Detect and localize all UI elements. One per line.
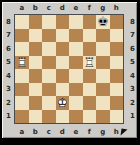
square-c3[interactable] (42, 83, 56, 97)
rank-label-left-6: 6 (4, 42, 13, 56)
square-a6[interactable] (15, 42, 29, 56)
square-e3[interactable] (69, 83, 83, 97)
square-b3[interactable] (29, 83, 43, 97)
square-d8[interactable] (56, 15, 70, 29)
file-label-bottom-a: a (15, 127, 29, 137)
square-b5[interactable] (29, 56, 43, 70)
square-h6[interactable] (110, 42, 124, 56)
file-label-bottom-e: e (69, 127, 83, 137)
rank-labels-right: 87654321 (128, 15, 137, 123)
square-g1[interactable] (96, 110, 110, 124)
square-a8[interactable] (15, 15, 29, 29)
file-label-top-h: h (110, 3, 124, 13)
square-f5[interactable]: ♜♖ (83, 56, 97, 70)
mouse-cursor-icon (121, 129, 128, 137)
square-e6[interactable] (69, 42, 83, 56)
rank-label-left-7: 7 (4, 29, 13, 43)
square-c7[interactable] (42, 29, 56, 43)
square-a2[interactable] (15, 96, 29, 110)
square-f1[interactable] (83, 110, 97, 124)
square-e5[interactable] (69, 56, 83, 70)
square-b2[interactable] (29, 96, 43, 110)
square-f8[interactable] (83, 15, 97, 29)
square-f4[interactable] (83, 69, 97, 83)
square-c4[interactable] (42, 69, 56, 83)
square-b8[interactable] (29, 15, 43, 29)
square-h7[interactable] (110, 29, 124, 43)
square-b1[interactable] (29, 110, 43, 124)
square-e8[interactable] (69, 15, 83, 29)
square-g4[interactable] (96, 69, 110, 83)
file-label-top-a: a (15, 3, 29, 13)
square-e2[interactable] (69, 96, 83, 110)
square-b4[interactable] (29, 69, 43, 83)
white-rook-outline: ♖ (83, 56, 97, 70)
square-b7[interactable] (29, 29, 43, 43)
file-label-top-g: g (96, 3, 110, 13)
square-h5[interactable] (110, 56, 124, 70)
square-d2[interactable]: ♚♔ (56, 96, 70, 110)
rank-label-right-4: 4 (128, 69, 137, 83)
square-d7[interactable] (56, 29, 70, 43)
square-a4[interactable] (15, 69, 29, 83)
rank-label-right-6: 6 (128, 42, 137, 56)
square-f2[interactable] (83, 96, 97, 110)
file-label-bottom-b: b (29, 127, 43, 137)
file-labels-bottom: abcdefgh (15, 127, 123, 137)
rank-label-right-3: 3 (128, 83, 137, 97)
square-h8[interactable] (110, 15, 124, 29)
rank-label-left-3: 3 (4, 83, 13, 97)
square-f6[interactable] (83, 42, 97, 56)
rank-label-left-2: 2 (4, 96, 13, 110)
square-c5[interactable] (42, 56, 56, 70)
square-h1[interactable] (110, 110, 124, 124)
rank-label-left-4: 4 (4, 69, 13, 83)
square-f7[interactable] (83, 29, 97, 43)
square-d1[interactable] (56, 110, 70, 124)
rank-label-right-5: 5 (128, 56, 137, 70)
rank-labels-left: 87654321 (4, 15, 13, 123)
rank-label-right-1: 1 (128, 110, 137, 124)
square-h2[interactable] (110, 96, 124, 110)
square-d4[interactable] (56, 69, 70, 83)
rank-label-right-2: 2 (128, 96, 137, 110)
chess-board: ♚♔♜♖♜♖♚♔ (14, 14, 124, 124)
file-label-top-c: c (42, 3, 56, 13)
square-g8[interactable]: ♚♔ (96, 15, 110, 29)
file-label-bottom-f: f (83, 127, 97, 137)
square-a5[interactable]: ♜♖ (15, 56, 29, 70)
square-h4[interactable] (110, 69, 124, 83)
rank-label-left-5: 5 (4, 56, 13, 70)
file-label-top-b: b (29, 3, 43, 13)
square-d5[interactable] (56, 56, 70, 70)
square-c1[interactable] (42, 110, 56, 124)
rank-label-right-8: 8 (128, 15, 137, 29)
square-c8[interactable] (42, 15, 56, 29)
square-e7[interactable] (69, 29, 83, 43)
file-label-bottom-g: g (96, 127, 110, 137)
rank-label-right-7: 7 (128, 29, 137, 43)
square-g7[interactable] (96, 29, 110, 43)
square-e4[interactable] (69, 69, 83, 83)
black-king-outline: ♔ (96, 15, 110, 29)
white-king-outline: ♔ (56, 96, 70, 110)
file-label-bottom-d: d (56, 127, 70, 137)
square-g2[interactable] (96, 96, 110, 110)
square-a3[interactable] (15, 83, 29, 97)
square-g5[interactable] (96, 56, 110, 70)
square-d6[interactable] (56, 42, 70, 56)
rank-label-left-8: 8 (4, 15, 13, 29)
file-label-top-f: f (83, 3, 97, 13)
file-label-top-e: e (69, 3, 83, 13)
square-a1[interactable] (15, 110, 29, 124)
rank-label-left-1: 1 (4, 110, 13, 124)
white-rook-outline: ♖ (15, 56, 29, 70)
square-f3[interactable] (83, 83, 97, 97)
file-label-bottom-c: c (42, 127, 56, 137)
square-a7[interactable] (15, 29, 29, 43)
square-g3[interactable] (96, 83, 110, 97)
square-d3[interactable] (56, 83, 70, 97)
square-b6[interactable] (29, 42, 43, 56)
square-c6[interactable] (42, 42, 56, 56)
square-e1[interactable] (69, 110, 83, 124)
square-h3[interactable] (110, 83, 124, 97)
file-labels-top: abcdefgh (15, 3, 123, 13)
square-g6[interactable] (96, 42, 110, 56)
file-label-top-d: d (56, 3, 70, 13)
square-c2[interactable] (42, 96, 56, 110)
